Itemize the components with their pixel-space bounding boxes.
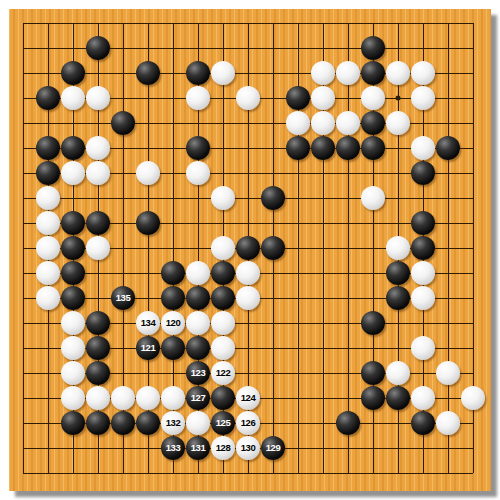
- black-stone[interactable]: [336, 136, 360, 160]
- black-stone[interactable]: 133: [161, 436, 185, 460]
- white-stone[interactable]: [186, 261, 210, 285]
- move-number-label: 130: [241, 443, 256, 453]
- white-stone[interactable]: [36, 186, 60, 210]
- black-stone[interactable]: [86, 411, 110, 435]
- white-stone[interactable]: [336, 111, 360, 135]
- white-stone[interactable]: [311, 111, 335, 135]
- black-stone[interactable]: [361, 61, 385, 85]
- black-stone[interactable]: [386, 386, 410, 410]
- black-stone[interactable]: [261, 186, 285, 210]
- black-stone[interactable]: [411, 236, 435, 260]
- white-stone[interactable]: [36, 286, 60, 310]
- black-stone[interactable]: [236, 236, 260, 260]
- white-stone[interactable]: [86, 86, 110, 110]
- move-number-label: 120: [166, 318, 181, 328]
- white-stone[interactable]: [211, 336, 235, 360]
- white-stone[interactable]: [61, 311, 85, 335]
- black-stone[interactable]: [61, 61, 85, 85]
- white-stone[interactable]: [61, 336, 85, 360]
- white-stone[interactable]: [311, 86, 335, 110]
- white-stone[interactable]: [186, 161, 210, 185]
- black-stone[interactable]: [61, 286, 85, 310]
- white-stone[interactable]: 126: [236, 411, 260, 435]
- black-stone[interactable]: [36, 136, 60, 160]
- black-stone[interactable]: [311, 136, 335, 160]
- white-stone[interactable]: 132: [161, 411, 185, 435]
- white-stone[interactable]: [36, 261, 60, 285]
- black-stone[interactable]: [86, 311, 110, 335]
- black-stone[interactable]: [186, 286, 210, 310]
- black-stone[interactable]: [36, 161, 60, 185]
- black-stone[interactable]: 135: [111, 286, 135, 310]
- black-stone[interactable]: 123: [186, 361, 210, 385]
- white-stone[interactable]: [36, 236, 60, 260]
- white-stone[interactable]: [386, 61, 410, 85]
- move-number-label: 133: [166, 443, 181, 453]
- white-stone[interactable]: [236, 286, 260, 310]
- black-stone[interactable]: [361, 386, 385, 410]
- white-stone[interactable]: [411, 386, 435, 410]
- black-stone[interactable]: [436, 136, 460, 160]
- black-stone[interactable]: [361, 36, 385, 60]
- black-stone[interactable]: [261, 236, 285, 260]
- white-stone[interactable]: [136, 386, 160, 410]
- black-stone[interactable]: [111, 411, 135, 435]
- white-stone[interactable]: [236, 86, 260, 110]
- black-stone[interactable]: [211, 286, 235, 310]
- black-stone[interactable]: 121: [136, 336, 160, 360]
- white-stone[interactable]: [211, 61, 235, 85]
- black-stone[interactable]: [386, 261, 410, 285]
- move-number-label: 131: [191, 443, 206, 453]
- black-stone[interactable]: [136, 411, 160, 435]
- move-number-label: 122: [216, 368, 231, 378]
- black-stone[interactable]: [211, 386, 235, 410]
- black-stone[interactable]: [61, 411, 85, 435]
- black-stone[interactable]: [361, 361, 385, 385]
- white-stone[interactable]: [211, 186, 235, 210]
- black-stone[interactable]: [186, 336, 210, 360]
- white-stone[interactable]: 134: [136, 311, 160, 335]
- move-number-label: 125: [216, 418, 231, 428]
- white-stone[interactable]: [311, 61, 335, 85]
- white-stone[interactable]: [461, 386, 485, 410]
- black-stone[interactable]: [361, 136, 385, 160]
- black-stone[interactable]: [86, 36, 110, 60]
- black-stone[interactable]: [111, 111, 135, 135]
- black-stone[interactable]: [61, 136, 85, 160]
- black-stone[interactable]: 129: [261, 436, 285, 460]
- white-stone[interactable]: [61, 161, 85, 185]
- black-stone[interactable]: 125: [211, 411, 235, 435]
- move-number-label: 129: [266, 443, 281, 453]
- black-stone[interactable]: [361, 111, 385, 135]
- black-stone[interactable]: [211, 261, 235, 285]
- black-stone[interactable]: [136, 211, 160, 235]
- white-stone[interactable]: 120: [161, 311, 185, 335]
- white-stone[interactable]: [86, 161, 110, 185]
- white-stone[interactable]: 128: [211, 436, 235, 460]
- white-stone[interactable]: [286, 111, 310, 135]
- black-stone[interactable]: [61, 261, 85, 285]
- white-stone[interactable]: [411, 261, 435, 285]
- white-stone[interactable]: 122: [211, 361, 235, 385]
- black-stone[interactable]: [411, 411, 435, 435]
- black-stone[interactable]: [361, 311, 385, 335]
- white-stone[interactable]: [111, 386, 135, 410]
- white-stone[interactable]: [186, 86, 210, 110]
- white-stone[interactable]: [186, 311, 210, 335]
- move-number-label: 135: [116, 293, 131, 303]
- white-stone[interactable]: [411, 136, 435, 160]
- move-number-label: 127: [191, 393, 206, 403]
- white-stone[interactable]: [61, 86, 85, 110]
- black-stone[interactable]: [61, 236, 85, 260]
- move-number-label: 123: [191, 368, 206, 378]
- black-stone[interactable]: [61, 211, 85, 235]
- white-stone[interactable]: [361, 86, 385, 110]
- white-stone[interactable]: [436, 411, 460, 435]
- white-stone[interactable]: [411, 286, 435, 310]
- page: 1351341201211231221271241321251261331311…: [0, 0, 500, 500]
- white-stone[interactable]: [236, 261, 260, 285]
- black-stone[interactable]: [86, 361, 110, 385]
- white-stone[interactable]: [61, 361, 85, 385]
- black-stone[interactable]: [86, 336, 110, 360]
- white-stone[interactable]: [411, 86, 435, 110]
- black-stone[interactable]: [411, 211, 435, 235]
- move-number-label: 128: [216, 443, 231, 453]
- black-stone[interactable]: [186, 136, 210, 160]
- black-stone[interactable]: [411, 161, 435, 185]
- black-stone[interactable]: [161, 286, 185, 310]
- black-stone[interactable]: [136, 61, 160, 85]
- black-stone[interactable]: [186, 61, 210, 85]
- black-stone[interactable]: [386, 286, 410, 310]
- white-stone[interactable]: [86, 136, 110, 160]
- black-stone[interactable]: 127: [186, 386, 210, 410]
- white-stone[interactable]: [86, 236, 110, 260]
- white-stone[interactable]: 130: [236, 436, 260, 460]
- white-stone[interactable]: [411, 336, 435, 360]
- white-stone[interactable]: [436, 361, 460, 385]
- white-stone[interactable]: [361, 186, 385, 210]
- white-stone[interactable]: [61, 386, 85, 410]
- white-stone[interactable]: [411, 61, 435, 85]
- black-stone[interactable]: [86, 211, 110, 235]
- black-stone[interactable]: [36, 86, 60, 110]
- white-stone[interactable]: [386, 111, 410, 135]
- white-stone[interactable]: [211, 236, 235, 260]
- white-stone[interactable]: [186, 411, 210, 435]
- go-board[interactable]: 1351341201211231221271241321251261331311…: [9, 9, 491, 491]
- white-stone[interactable]: [386, 236, 410, 260]
- move-number-label: 121: [141, 343, 156, 353]
- black-stone[interactable]: 131: [186, 436, 210, 460]
- black-stone[interactable]: [161, 261, 185, 285]
- white-stone[interactable]: [136, 161, 160, 185]
- black-stone[interactable]: [286, 136, 310, 160]
- white-stone[interactable]: [161, 386, 185, 410]
- move-number-label: 126: [241, 418, 256, 428]
- white-stone[interactable]: [211, 311, 235, 335]
- white-stone[interactable]: [36, 211, 60, 235]
- black-stone[interactable]: [161, 336, 185, 360]
- move-number-label: 134: [141, 318, 156, 328]
- white-stone[interactable]: [86, 386, 110, 410]
- move-number-label: 124: [241, 393, 256, 403]
- black-stone[interactable]: [286, 86, 310, 110]
- hoshi-point: [396, 96, 401, 101]
- white-stone[interactable]: [336, 61, 360, 85]
- white-stone[interactable]: 124: [236, 386, 260, 410]
- black-stone[interactable]: [336, 411, 360, 435]
- move-number-label: 132: [166, 418, 181, 428]
- white-stone[interactable]: [386, 361, 410, 385]
